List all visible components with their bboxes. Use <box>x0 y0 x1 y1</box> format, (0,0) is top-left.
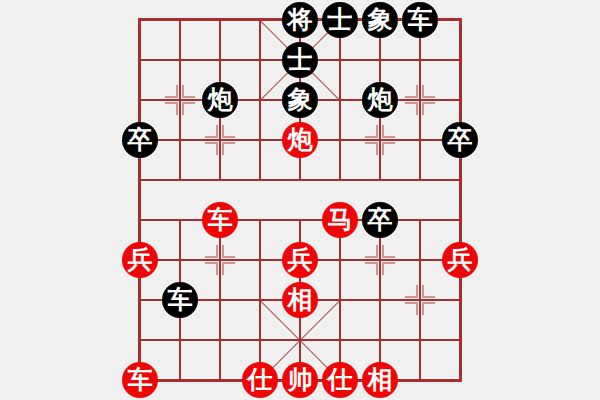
piece-red-elephant[interactable]: 相 <box>362 362 398 398</box>
point-marker-corner <box>422 85 435 98</box>
point-marker-corner <box>382 125 395 138</box>
piece-black-chariot[interactable]: 车 <box>402 2 438 38</box>
point-marker-corner <box>222 245 235 258</box>
point-marker <box>203 243 237 277</box>
piece-red-soldier[interactable]: 兵 <box>122 242 158 278</box>
piece-red-horse[interactable]: 马 <box>322 202 358 238</box>
point-marker-corner <box>222 142 235 155</box>
point-marker-corner <box>165 85 178 98</box>
point-marker-corner <box>422 302 435 315</box>
piece-red-cannon[interactable]: 炮 <box>282 122 318 158</box>
piece-red-advisor[interactable]: 仕 <box>242 362 278 398</box>
point-marker <box>403 283 437 317</box>
point-marker <box>363 243 397 277</box>
point-marker-corner <box>365 262 378 275</box>
piece-red-soldier[interactable]: 兵 <box>282 242 318 278</box>
point-marker <box>163 83 197 117</box>
piece-black-soldier[interactable]: 卒 <box>362 202 398 238</box>
point-marker-corner <box>365 245 378 258</box>
point-marker-corner <box>205 262 218 275</box>
piece-black-elephant[interactable]: 象 <box>282 82 318 118</box>
point-marker <box>403 83 437 117</box>
point-marker-corner <box>382 245 395 258</box>
piece-red-elephant[interactable]: 相 <box>282 282 318 318</box>
screen: 将士象车士炮象炮卒炮卒车马卒兵兵兵车相车仕帅仕相 <box>0 0 600 400</box>
point-marker-corner <box>182 102 195 115</box>
point-marker-corner <box>222 125 235 138</box>
point-marker-corner <box>382 262 395 275</box>
piece-black-soldier[interactable]: 卒 <box>122 122 158 158</box>
point-marker-corner <box>205 125 218 138</box>
point-marker-corner <box>365 125 378 138</box>
piece-red-advisor[interactable]: 仕 <box>322 362 358 398</box>
point-marker-corner <box>405 85 418 98</box>
piece-black-chariot[interactable]: 车 <box>162 282 198 318</box>
point-marker-corner <box>365 142 378 155</box>
piece-red-general[interactable]: 帅 <box>282 362 318 398</box>
piece-black-cannon[interactable]: 炮 <box>202 82 238 118</box>
piece-red-chariot[interactable]: 车 <box>122 362 158 398</box>
piece-black-elephant[interactable]: 象 <box>362 2 398 38</box>
point-marker <box>203 123 237 157</box>
point-marker-corner <box>205 245 218 258</box>
point-marker <box>363 123 397 157</box>
point-marker-corner <box>405 102 418 115</box>
piece-black-general[interactable]: 将 <box>282 2 318 38</box>
point-marker-corner <box>405 302 418 315</box>
piece-red-soldier[interactable]: 兵 <box>442 242 478 278</box>
point-marker-corner <box>222 262 235 275</box>
point-marker-corner <box>382 142 395 155</box>
point-marker-corner <box>422 285 435 298</box>
point-marker-corner <box>422 102 435 115</box>
piece-black-advisor[interactable]: 士 <box>322 2 358 38</box>
point-marker-corner <box>405 285 418 298</box>
piece-black-advisor[interactable]: 士 <box>282 42 318 78</box>
point-marker-corner <box>182 85 195 98</box>
xiangqi-board: 将士象车士炮象炮卒炮卒车马卒兵兵兵车相车仕帅仕相 <box>0 0 600 400</box>
piece-red-chariot[interactable]: 车 <box>202 202 238 238</box>
piece-black-cannon[interactable]: 炮 <box>362 82 398 118</box>
point-marker-corner <box>205 142 218 155</box>
point-marker-corner <box>165 102 178 115</box>
piece-black-soldier[interactable]: 卒 <box>442 122 478 158</box>
